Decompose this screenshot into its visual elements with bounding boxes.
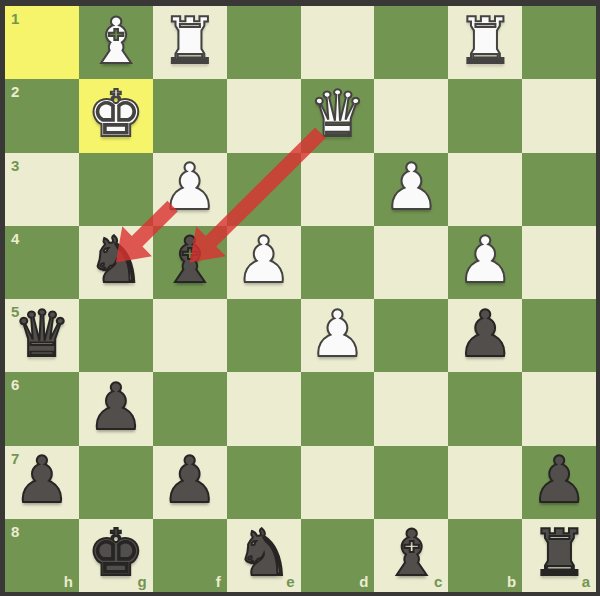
rank-label-1: 1 (11, 11, 19, 26)
white-queen-d2[interactable]: ♛ (309, 82, 366, 146)
white-king-g2[interactable]: ♚ (87, 82, 144, 146)
file-label-d: d (359, 574, 368, 589)
black-king-g8[interactable]: ♚ (87, 521, 144, 585)
white-pawn-e4[interactable]: ♟ (235, 228, 292, 292)
square-h4[interactable]: 4 (5, 226, 79, 299)
square-f6[interactable] (153, 372, 227, 445)
square-b4[interactable]: ♟ (448, 226, 522, 299)
square-e5[interactable] (227, 299, 301, 372)
square-d7[interactable] (301, 446, 375, 519)
black-knight-e8[interactable]: ♞ (235, 521, 292, 585)
file-label-h: h (64, 574, 73, 589)
black-pawn-a7[interactable]: ♟ (530, 448, 587, 512)
square-e3[interactable] (227, 153, 301, 226)
square-a5[interactable] (522, 299, 596, 372)
square-b2[interactable] (448, 79, 522, 152)
square-f8[interactable]: f (153, 519, 227, 592)
square-e1[interactable] (227, 6, 301, 79)
square-a3[interactable] (522, 153, 596, 226)
square-a7[interactable]: ♟ (522, 446, 596, 519)
square-e6[interactable] (227, 372, 301, 445)
square-h3[interactable]: 3 (5, 153, 79, 226)
square-f4[interactable]: ♝ (153, 226, 227, 299)
board-frame: 1♝♜♜2♚♛3♟♟4♞♝♟♟5♛♟♟6♟7♟♟♟8hg♚fe♞dc♝ba♜ (0, 0, 600, 596)
square-d3[interactable] (301, 153, 375, 226)
black-pawn-b5[interactable]: ♟ (457, 302, 514, 366)
square-g8[interactable]: g♚ (79, 519, 153, 592)
square-h2[interactable]: 2 (5, 79, 79, 152)
file-label-b: b (507, 574, 516, 589)
square-a8[interactable]: a♜ (522, 519, 596, 592)
square-h6[interactable]: 6 (5, 372, 79, 445)
rank-label-2: 2 (11, 84, 19, 99)
white-pawn-c3[interactable]: ♟ (383, 155, 440, 219)
rank-label-4: 4 (11, 231, 19, 246)
square-c5[interactable] (374, 299, 448, 372)
black-bishop-f4[interactable]: ♝ (161, 228, 218, 292)
square-a6[interactable] (522, 372, 596, 445)
square-g5[interactable] (79, 299, 153, 372)
square-g7[interactable] (79, 446, 153, 519)
square-g4[interactable]: ♞ (79, 226, 153, 299)
black-pawn-h7[interactable]: ♟ (13, 448, 70, 512)
white-pawn-b4[interactable]: ♟ (457, 228, 514, 292)
square-g2[interactable]: ♚ (79, 79, 153, 152)
white-rook-f1[interactable]: ♜ (161, 9, 218, 73)
square-c2[interactable] (374, 79, 448, 152)
square-e2[interactable] (227, 79, 301, 152)
square-e8[interactable]: e♞ (227, 519, 301, 592)
square-c6[interactable] (374, 372, 448, 445)
rank-label-8: 8 (11, 524, 19, 539)
square-h7[interactable]: 7♟ (5, 446, 79, 519)
square-b5[interactable]: ♟ (448, 299, 522, 372)
square-f2[interactable] (153, 79, 227, 152)
square-c7[interactable] (374, 446, 448, 519)
square-d6[interactable] (301, 372, 375, 445)
square-h1[interactable]: 1 (5, 6, 79, 79)
chess-board: 1♝♜♜2♚♛3♟♟4♞♝♟♟5♛♟♟6♟7♟♟♟8hg♚fe♞dc♝ba♜ (5, 6, 596, 592)
white-pawn-d5[interactable]: ♟ (309, 302, 366, 366)
rank-label-3: 3 (11, 158, 19, 173)
black-queen-h5[interactable]: ♛ (13, 302, 70, 366)
square-g1[interactable]: ♝ (79, 6, 153, 79)
square-b1[interactable]: ♜ (448, 6, 522, 79)
square-a1[interactable] (522, 6, 596, 79)
white-rook-b1[interactable]: ♜ (457, 9, 514, 73)
white-bishop-g1[interactable]: ♝ (87, 9, 144, 73)
square-b7[interactable] (448, 446, 522, 519)
square-c8[interactable]: c♝ (374, 519, 448, 592)
square-b3[interactable] (448, 153, 522, 226)
square-b8[interactable]: b (448, 519, 522, 592)
rank-label-6: 6 (11, 377, 19, 392)
square-c1[interactable] (374, 6, 448, 79)
square-d1[interactable] (301, 6, 375, 79)
square-g3[interactable] (79, 153, 153, 226)
square-d4[interactable] (301, 226, 375, 299)
square-c3[interactable]: ♟ (374, 153, 448, 226)
black-bishop-c8[interactable]: ♝ (383, 521, 440, 585)
square-c4[interactable] (374, 226, 448, 299)
square-h5[interactable]: 5♛ (5, 299, 79, 372)
square-d2[interactable]: ♛ (301, 79, 375, 152)
square-a2[interactable] (522, 79, 596, 152)
black-knight-g4[interactable]: ♞ (87, 228, 144, 292)
square-h8[interactable]: 8h (5, 519, 79, 592)
square-g6[interactable]: ♟ (79, 372, 153, 445)
square-f7[interactable]: ♟ (153, 446, 227, 519)
square-e7[interactable] (227, 446, 301, 519)
square-a4[interactable] (522, 226, 596, 299)
black-pawn-g6[interactable]: ♟ (87, 375, 144, 439)
white-pawn-f3[interactable]: ♟ (161, 155, 218, 219)
square-b6[interactable] (448, 372, 522, 445)
square-d5[interactable]: ♟ (301, 299, 375, 372)
file-label-f: f (216, 574, 221, 589)
square-d8[interactable]: d (301, 519, 375, 592)
square-e4[interactable]: ♟ (227, 226, 301, 299)
black-rook-a8[interactable]: ♜ (530, 521, 587, 585)
square-f3[interactable]: ♟ (153, 153, 227, 226)
square-f5[interactable] (153, 299, 227, 372)
square-f1[interactable]: ♜ (153, 6, 227, 79)
black-pawn-f7[interactable]: ♟ (161, 448, 218, 512)
